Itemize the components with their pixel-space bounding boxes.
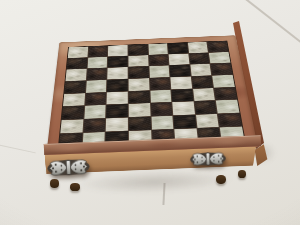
board-square-f6 — [170, 65, 191, 77]
box-foot — [50, 179, 59, 188]
board-square-h5 — [213, 75, 235, 87]
board-square-c5 — [107, 79, 128, 92]
board-square-e5 — [149, 77, 170, 90]
board-square-b5 — [86, 80, 107, 93]
board-square-b2 — [83, 118, 105, 132]
board-square-a6 — [65, 69, 86, 81]
latch-right-icon — [189, 148, 228, 169]
board-square-e3 — [151, 102, 173, 116]
board-square-g6 — [190, 64, 211, 76]
board-square-e4 — [150, 90, 171, 103]
board-square-g4 — [193, 88, 215, 101]
board-square-f4 — [171, 89, 193, 102]
board-square-e7 — [149, 54, 169, 66]
board-square-h3 — [216, 100, 239, 114]
board-square-a4 — [63, 93, 85, 106]
board-square-g3 — [194, 101, 217, 115]
board-square-d4 — [129, 90, 150, 103]
board-square-f5 — [170, 77, 191, 90]
board-square-d6 — [128, 66, 148, 78]
board-square-f2 — [173, 115, 196, 129]
board-square-c3 — [106, 104, 127, 118]
board-square-c8 — [108, 45, 127, 56]
board-square-e6 — [149, 66, 170, 78]
board-square-h4 — [214, 87, 237, 100]
board-square-a2 — [60, 119, 83, 133]
latch-left-icon — [45, 155, 91, 180]
board-square-e8 — [148, 43, 168, 54]
board-square-e2 — [151, 116, 173, 130]
board-square-c4 — [107, 91, 128, 104]
board-square-a3 — [62, 106, 84, 120]
board-square-h7 — [209, 52, 230, 64]
board-square-b6 — [86, 68, 106, 80]
board-square-d5 — [128, 78, 149, 91]
board-square-h2 — [218, 113, 242, 127]
board-square-d2 — [129, 117, 151, 131]
board-square-d7 — [128, 55, 148, 67]
board-square-h6 — [211, 63, 233, 75]
board-square-b4 — [85, 92, 106, 105]
box-foot — [216, 175, 226, 184]
board-square-g2 — [196, 114, 219, 128]
board-square-a5 — [64, 81, 85, 94]
photo-background — [0, 0, 300, 225]
board-square-f3 — [172, 101, 194, 115]
board-square-f7 — [169, 53, 190, 65]
board-square-g5 — [191, 76, 213, 89]
board-square-g7 — [189, 53, 210, 65]
board-square-b3 — [84, 105, 106, 119]
board-square-c2 — [106, 117, 128, 131]
board-square-c6 — [107, 67, 127, 79]
board-square-b8 — [88, 46, 108, 57]
board-square-b7 — [87, 57, 107, 69]
board-square-g8 — [188, 42, 208, 53]
box-foot — [70, 183, 80, 191]
board-square-d8 — [128, 44, 147, 55]
board-top — [46, 22, 258, 152]
board-square-c7 — [108, 56, 128, 68]
box-foot — [238, 170, 246, 178]
board-square-f8 — [168, 43, 188, 54]
board-grid — [58, 41, 246, 149]
board-square-a7 — [67, 58, 87, 70]
board-square-h8 — [208, 41, 229, 52]
board-square-d3 — [129, 103, 150, 117]
board-square-a8 — [68, 47, 88, 58]
chess-box — [0, 0, 300, 225]
